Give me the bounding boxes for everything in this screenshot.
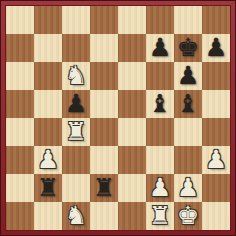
square-e1[interactable] xyxy=(118,202,146,230)
square-d5[interactable] xyxy=(90,90,118,118)
square-d3[interactable] xyxy=(90,146,118,174)
square-a8[interactable] xyxy=(6,6,34,34)
square-d2[interactable]: ♜ xyxy=(90,174,118,202)
square-b3[interactable]: ♟ xyxy=(34,146,62,174)
square-c7[interactable] xyxy=(62,34,90,62)
square-h6[interactable] xyxy=(202,62,230,90)
square-g2[interactable]: ♟ xyxy=(174,174,202,202)
square-h5[interactable] xyxy=(202,90,230,118)
square-e5[interactable] xyxy=(118,90,146,118)
white-knight-c6[interactable]: ♞ xyxy=(65,62,87,90)
square-b7[interactable] xyxy=(34,34,62,62)
square-b2[interactable]: ♜ xyxy=(34,174,62,202)
white-pawn-f2[interactable]: ♟ xyxy=(149,174,171,202)
square-a5[interactable] xyxy=(6,90,34,118)
square-f8[interactable] xyxy=(146,6,174,34)
square-g1[interactable]: ♚ xyxy=(174,202,202,230)
white-rook-f1[interactable]: ♜ xyxy=(149,202,171,230)
white-rook-c4[interactable]: ♜ xyxy=(65,118,87,146)
square-b5[interactable] xyxy=(34,90,62,118)
square-f6[interactable] xyxy=(146,62,174,90)
square-c6[interactable]: ♞ xyxy=(62,62,90,90)
square-f5[interactable]: ♝ xyxy=(146,90,174,118)
square-f4[interactable] xyxy=(146,118,174,146)
square-e8[interactable] xyxy=(118,6,146,34)
square-f1[interactable]: ♜ xyxy=(146,202,174,230)
black-rook-d2[interactable]: ♜ xyxy=(93,174,115,202)
white-pawn-h3[interactable]: ♟ xyxy=(205,146,227,174)
square-d4[interactable] xyxy=(90,118,118,146)
square-e4[interactable] xyxy=(118,118,146,146)
square-a4[interactable] xyxy=(6,118,34,146)
square-c8[interactable] xyxy=(62,6,90,34)
black-king-g7[interactable]: ♚ xyxy=(177,34,199,62)
square-e3[interactable] xyxy=(118,146,146,174)
square-b1[interactable] xyxy=(34,202,62,230)
black-bishop-g5[interactable]: ♝ xyxy=(177,90,199,118)
black-pawn-h7[interactable]: ♟ xyxy=(205,34,227,62)
black-rook-b2[interactable]: ♜ xyxy=(37,174,59,202)
square-d8[interactable] xyxy=(90,6,118,34)
white-knight-c1[interactable]: ♞ xyxy=(65,202,87,230)
square-h7[interactable]: ♟ xyxy=(202,34,230,62)
square-d7[interactable] xyxy=(90,34,118,62)
square-h3[interactable]: ♟ xyxy=(202,146,230,174)
square-a3[interactable] xyxy=(6,146,34,174)
square-f3[interactable] xyxy=(146,146,174,174)
square-g3[interactable] xyxy=(174,146,202,174)
square-a1[interactable] xyxy=(6,202,34,230)
board-frame: ♟♚♟♞♟♟♝♝♜♟♟♜♜♟♟♞♜♚ xyxy=(0,0,236,236)
black-bishop-f5[interactable]: ♝ xyxy=(149,90,171,118)
white-king-g1[interactable]: ♚ xyxy=(177,202,199,230)
square-b6[interactable] xyxy=(34,62,62,90)
square-h1[interactable] xyxy=(202,202,230,230)
black-pawn-g6[interactable]: ♟ xyxy=(177,62,199,90)
square-c3[interactable] xyxy=(62,146,90,174)
square-d6[interactable] xyxy=(90,62,118,90)
square-e6[interactable] xyxy=(118,62,146,90)
square-g7[interactable]: ♚ xyxy=(174,34,202,62)
square-f2[interactable]: ♟ xyxy=(146,174,174,202)
square-g8[interactable] xyxy=(174,6,202,34)
square-c5[interactable]: ♟ xyxy=(62,90,90,118)
black-pawn-c5[interactable]: ♟ xyxy=(65,90,87,118)
square-c4[interactable]: ♜ xyxy=(62,118,90,146)
square-d1[interactable] xyxy=(90,202,118,230)
square-e7[interactable] xyxy=(118,34,146,62)
square-c1[interactable]: ♞ xyxy=(62,202,90,230)
chess-board: ♟♚♟♞♟♟♝♝♜♟♟♜♜♟♟♞♜♚ xyxy=(6,6,230,230)
square-h4[interactable] xyxy=(202,118,230,146)
square-b8[interactable] xyxy=(34,6,62,34)
white-pawn-b3[interactable]: ♟ xyxy=(37,146,59,174)
square-e2[interactable] xyxy=(118,174,146,202)
square-a6[interactable] xyxy=(6,62,34,90)
square-a2[interactable] xyxy=(6,174,34,202)
square-b4[interactable] xyxy=(34,118,62,146)
square-h2[interactable] xyxy=(202,174,230,202)
white-pawn-g2[interactable]: ♟ xyxy=(177,174,199,202)
square-g4[interactable] xyxy=(174,118,202,146)
black-pawn-f7[interactable]: ♟ xyxy=(149,34,171,62)
square-g5[interactable]: ♝ xyxy=(174,90,202,118)
square-c2[interactable] xyxy=(62,174,90,202)
square-a7[interactable] xyxy=(6,34,34,62)
square-g6[interactable]: ♟ xyxy=(174,62,202,90)
square-f7[interactable]: ♟ xyxy=(146,34,174,62)
square-h8[interactable] xyxy=(202,6,230,34)
